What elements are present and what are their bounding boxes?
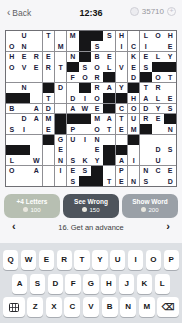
key-v[interactable]: V bbox=[83, 297, 99, 317]
black-cell bbox=[91, 176, 103, 186]
hint-cost-value: 100 bbox=[30, 207, 40, 213]
grid-cell[interactable]: S bbox=[103, 31, 115, 41]
black-cell bbox=[140, 72, 152, 82]
grid-cell[interactable] bbox=[30, 72, 42, 82]
grid-cell[interactable] bbox=[116, 52, 128, 62]
grid-cell[interactable]: D bbox=[18, 114, 30, 124]
grid-cell[interactable]: A bbox=[30, 166, 42, 176]
grid-cell[interactable]: Y bbox=[152, 104, 164, 114]
grid-cell[interactable]: A bbox=[67, 104, 79, 114]
grid-cell[interactable]: R bbox=[140, 114, 152, 124]
black-cell bbox=[18, 145, 30, 155]
grid-cell[interactable]: R bbox=[152, 83, 164, 93]
key-f[interactable]: F bbox=[65, 274, 80, 294]
grid-cell[interactable]: O bbox=[91, 62, 103, 72]
grid-cell[interactable] bbox=[55, 176, 67, 186]
key-k[interactable]: K bbox=[137, 274, 152, 294]
grid-cell[interactable]: C bbox=[128, 41, 140, 51]
grid-cell[interactable]: R bbox=[43, 62, 55, 72]
grid-cell[interactable] bbox=[6, 31, 18, 41]
grid-cell[interactable]: I bbox=[116, 41, 128, 51]
grid-cell[interactable]: P bbox=[67, 124, 79, 134]
grid-cell[interactable]: B bbox=[91, 52, 103, 62]
grid-cell[interactable]: O bbox=[91, 93, 103, 103]
key-c[interactable]: C bbox=[64, 297, 80, 317]
black-cell bbox=[116, 93, 128, 103]
key-x[interactable]: X bbox=[46, 297, 62, 317]
grid-cell[interactable]: I bbox=[140, 41, 152, 51]
grid-cell[interactable]: E bbox=[140, 52, 152, 62]
grid-cell[interactable]: Y bbox=[91, 155, 103, 165]
grid-cell[interactable]: E bbox=[67, 166, 79, 176]
black-cell bbox=[103, 93, 115, 103]
grid-cell[interactable]: N bbox=[67, 52, 79, 62]
keyboard-row-3: ZXCVBNM⌫ bbox=[0, 297, 182, 317]
keyboard-row-2: ASDFGHJKL bbox=[0, 274, 182, 294]
grid-cell[interactable] bbox=[43, 176, 55, 186]
grid-cell[interactable] bbox=[140, 145, 152, 155]
coin-dot-icon bbox=[141, 207, 146, 212]
grid-cell[interactable]: I bbox=[79, 93, 91, 103]
add-coins-button[interactable]: + bbox=[167, 7, 176, 16]
grid-cell[interactable]: V bbox=[116, 62, 128, 72]
grid-cell[interactable]: E bbox=[103, 52, 115, 62]
hint-add-letters-button[interactable]: +4 Letters 100 bbox=[4, 194, 60, 218]
grid-cell[interactable]: A bbox=[116, 155, 128, 165]
grid-cell[interactable]: A bbox=[103, 83, 115, 93]
backspace-key[interactable]: ⌫ bbox=[157, 297, 179, 317]
grid-cell[interactable]: N bbox=[164, 124, 176, 134]
grid-cell[interactable] bbox=[55, 104, 67, 114]
grid-cell[interactable]: I bbox=[55, 166, 67, 176]
grid-cell[interactable]: T bbox=[116, 114, 128, 124]
grid-cell[interactable] bbox=[18, 155, 30, 165]
grid-cell[interactable]: A bbox=[30, 104, 42, 114]
black-cell bbox=[116, 145, 128, 155]
grid-cell[interactable]: H bbox=[6, 52, 18, 62]
key-i[interactable]: I bbox=[128, 250, 143, 270]
grid-cell[interactable] bbox=[6, 176, 18, 186]
key-j[interactable]: J bbox=[119, 274, 134, 294]
grid-cell[interactable]: A bbox=[103, 114, 115, 124]
grid-cell[interactable]: N bbox=[55, 155, 67, 165]
key-a[interactable]: A bbox=[12, 274, 27, 294]
black-cell bbox=[103, 155, 115, 165]
grid-cell[interactable]: E bbox=[18, 52, 30, 62]
grid-cell[interactable]: U bbox=[18, 31, 30, 41]
top-bar: ‹ Back 12:36 35710 + bbox=[0, 0, 182, 26]
grid-cell[interactable]: L bbox=[103, 62, 115, 72]
grid-cell[interactable]: H bbox=[164, 31, 176, 41]
grid-cell[interactable]: E bbox=[152, 114, 164, 124]
grid-cell[interactable]: D bbox=[67, 93, 79, 103]
key-q[interactable]: Q bbox=[3, 250, 18, 270]
grid-cell[interactable]: E bbox=[116, 176, 128, 186]
grid-cell[interactable]: S bbox=[6, 124, 18, 134]
grid-cell[interactable]: N bbox=[18, 41, 30, 51]
grid-cell[interactable] bbox=[152, 124, 164, 134]
grid-cell[interactable]: E bbox=[55, 145, 67, 155]
grid-cell[interactable]: Y bbox=[164, 52, 176, 62]
grid-cell[interactable]: L bbox=[6, 155, 18, 165]
crossword-grid: UTMSHLOHONMSICIEHERENBEKELYOVERTSOLVESFO… bbox=[5, 30, 177, 187]
black-cell bbox=[79, 176, 91, 186]
grid-cell[interactable] bbox=[18, 166, 30, 176]
black-cell bbox=[91, 166, 103, 176]
coin-dot-icon bbox=[82, 207, 87, 212]
grid-cell[interactable]: N bbox=[91, 135, 103, 145]
hint-cost: 150 bbox=[82, 207, 99, 213]
grid-cell[interactable] bbox=[30, 83, 42, 93]
black-cell bbox=[103, 72, 115, 82]
black-cell bbox=[164, 62, 176, 72]
grid-cell[interactable]: S bbox=[79, 62, 91, 72]
grid-cell[interactable]: R bbox=[91, 83, 103, 93]
grid-cell[interactable] bbox=[103, 166, 115, 176]
grid-cell[interactable]: O bbox=[152, 31, 164, 41]
hint-cost: 200 bbox=[141, 207, 158, 213]
grid-cell[interactable]: T bbox=[103, 176, 115, 186]
key-g[interactable]: G bbox=[83, 274, 98, 294]
grid-cell[interactable]: L bbox=[152, 52, 164, 62]
grid-cell[interactable] bbox=[116, 135, 128, 145]
black-cell bbox=[6, 93, 18, 103]
black-cell bbox=[43, 135, 55, 145]
grid-cell[interactable]: E bbox=[91, 104, 103, 114]
grid-cell[interactable]: O bbox=[128, 104, 140, 114]
grid-cell[interactable]: U bbox=[67, 135, 79, 145]
grid-cell[interactable]: C bbox=[152, 166, 164, 176]
grid-cell[interactable]: N bbox=[140, 166, 152, 176]
grid-cell[interactable]: T bbox=[164, 72, 176, 82]
grid-cell[interactable]: N bbox=[128, 176, 140, 186]
black-cell bbox=[55, 114, 67, 124]
black-cell bbox=[79, 52, 91, 62]
grid-cell[interactable] bbox=[116, 72, 128, 82]
key-e[interactable]: E bbox=[39, 250, 54, 270]
layout-switch-key[interactable] bbox=[3, 297, 25, 317]
grid-cell[interactable]: T bbox=[55, 62, 67, 72]
grid-cell[interactable] bbox=[128, 31, 140, 41]
grid-cell[interactable]: H bbox=[128, 93, 140, 103]
grid-cell[interactable]: M bbox=[128, 124, 140, 134]
hint-label: +4 Letters bbox=[17, 199, 48, 206]
grid-cell[interactable] bbox=[152, 176, 164, 186]
coin-count: 35710 bbox=[142, 7, 164, 16]
key-r[interactable]: R bbox=[57, 250, 72, 270]
grid-cell[interactable]: O bbox=[79, 72, 91, 82]
grid-cell[interactable]: E bbox=[164, 166, 176, 176]
black-cell bbox=[91, 31, 103, 41]
key-n[interactable]: N bbox=[120, 297, 136, 317]
key-w[interactable]: W bbox=[21, 250, 36, 270]
black-cell bbox=[152, 62, 164, 72]
grid-cell[interactable] bbox=[18, 135, 30, 145]
grid-cell[interactable] bbox=[43, 145, 55, 155]
grid-cell[interactable] bbox=[6, 72, 18, 82]
grid-cell[interactable]: K bbox=[128, 52, 140, 62]
grid-cell[interactable]: S bbox=[67, 176, 79, 186]
grid-cell[interactable]: E bbox=[43, 52, 55, 62]
black-cell bbox=[43, 83, 55, 93]
grid-cell[interactable] bbox=[18, 176, 30, 186]
grid-cell[interactable] bbox=[6, 135, 18, 145]
grid-cell[interactable] bbox=[30, 145, 42, 155]
grid-cell[interactable]: D bbox=[164, 176, 176, 186]
grid-cell[interactable]: C bbox=[116, 104, 128, 114]
grid-cell[interactable] bbox=[30, 124, 42, 134]
grid-cell[interactable]: U bbox=[152, 155, 164, 165]
grid-cell[interactable]: F bbox=[67, 72, 79, 82]
grid-cell[interactable] bbox=[30, 93, 42, 103]
grid-cell[interactable]: Y bbox=[116, 83, 128, 93]
key-p[interactable]: P bbox=[164, 250, 179, 270]
grid-cell[interactable]: O bbox=[152, 72, 164, 82]
grid-cell[interactable]: N bbox=[18, 83, 30, 93]
black-cell bbox=[79, 83, 91, 93]
grid-cell[interactable] bbox=[164, 155, 176, 165]
key-m[interactable]: M bbox=[139, 297, 155, 317]
hint-see-wrong-button[interactable]: See Wrong 150 bbox=[63, 194, 119, 218]
grid-cell[interactable]: V bbox=[18, 62, 30, 72]
black-cell bbox=[140, 124, 152, 134]
layout-grid-icon bbox=[9, 303, 19, 312]
key-l[interactable]: L bbox=[155, 274, 170, 294]
coin-icon bbox=[130, 7, 139, 16]
grid-cell[interactable]: O bbox=[6, 41, 18, 51]
black-cell bbox=[103, 145, 115, 155]
grid-cell[interactable]: E bbox=[91, 145, 103, 155]
grid-cell[interactable] bbox=[43, 41, 55, 51]
grid-cell[interactable]: O bbox=[6, 166, 18, 176]
grid-cell[interactable] bbox=[43, 166, 55, 176]
clue-bar: ‹ 16. Get an advance › bbox=[0, 220, 182, 234]
grid-cell[interactable]: E bbox=[43, 124, 55, 134]
key-t[interactable]: T bbox=[74, 250, 89, 270]
grid-cell[interactable]: M bbox=[67, 31, 79, 41]
grid-cell[interactable]: D bbox=[140, 104, 152, 114]
grid-cell[interactable] bbox=[6, 83, 18, 93]
black-cell bbox=[103, 104, 115, 114]
key-d[interactable]: D bbox=[48, 274, 63, 294]
grid-cell[interactable] bbox=[128, 166, 140, 176]
clue-text: 16. Get an advance bbox=[30, 223, 152, 232]
grid-cell[interactable]: D bbox=[128, 72, 140, 82]
coin-dot-icon bbox=[23, 207, 28, 212]
grid-cell[interactable] bbox=[30, 31, 42, 41]
grid-cell[interactable]: T bbox=[103, 124, 115, 134]
grid-cell[interactable]: D bbox=[43, 104, 55, 114]
black-cell bbox=[55, 124, 67, 134]
grid-cell[interactable]: L bbox=[140, 31, 152, 41]
grid-cell[interactable]: O bbox=[6, 62, 18, 72]
grid-cell[interactable]: K bbox=[79, 155, 91, 165]
hint-label: See Wrong bbox=[74, 199, 108, 206]
grid-cell[interactable] bbox=[30, 176, 42, 186]
grid-cell[interactable]: E bbox=[164, 41, 176, 51]
grid-cell[interactable]: E bbox=[128, 62, 140, 72]
grid-cell[interactable]: D bbox=[55, 83, 67, 93]
grid-cell[interactable]: D bbox=[152, 145, 164, 155]
grid-cell[interactable]: E bbox=[116, 124, 128, 134]
black-cell bbox=[128, 83, 140, 93]
keyboard: QWERTYUIOPASDFGHJKLZXCVBNM⌫ bbox=[0, 243, 182, 323]
grid-cell[interactable]: M bbox=[43, 114, 55, 124]
grid-cell[interactable] bbox=[164, 135, 176, 145]
black-cell bbox=[6, 145, 18, 155]
grid-cell[interactable] bbox=[164, 83, 176, 93]
grid-cell[interactable]: A bbox=[30, 114, 42, 124]
key-y[interactable]: Y bbox=[92, 250, 107, 270]
grid-cell[interactable]: W bbox=[30, 155, 42, 165]
grid-cell[interactable] bbox=[55, 31, 67, 41]
grid-cell[interactable]: T bbox=[43, 93, 55, 103]
grid-cell[interactable] bbox=[79, 145, 91, 155]
grid-cell[interactable]: P bbox=[116, 166, 128, 176]
grid-cell[interactable]: S bbox=[164, 145, 176, 155]
grid-cell[interactable] bbox=[18, 72, 30, 82]
coin-balance: 35710 + bbox=[130, 7, 176, 16]
key-s[interactable]: S bbox=[30, 274, 45, 294]
grid-cell[interactable] bbox=[128, 145, 140, 155]
black-cell bbox=[79, 41, 91, 51]
next-clue-arrow[interactable]: › bbox=[166, 220, 170, 232]
grid-cell[interactable] bbox=[103, 41, 115, 51]
grid-cell[interactable]: M bbox=[91, 114, 103, 124]
grid-cell[interactable] bbox=[43, 72, 55, 82]
grid-cell[interactable] bbox=[55, 93, 67, 103]
grid-cell[interactable]: T bbox=[43, 31, 55, 41]
grid-cell[interactable]: M bbox=[55, 41, 67, 51]
hint-cost-value: 200 bbox=[148, 207, 158, 213]
previous-clue-arrow[interactable]: ‹ bbox=[12, 220, 16, 232]
hint-show-word-button[interactable]: Show Word 200 bbox=[122, 194, 178, 218]
grid-cell[interactable] bbox=[140, 135, 152, 145]
grid-cell[interactable] bbox=[67, 41, 79, 51]
grid-cell[interactable]: I bbox=[18, 124, 30, 134]
black-cell bbox=[67, 114, 79, 124]
grid-cell[interactable] bbox=[152, 135, 164, 145]
grid-cell[interactable] bbox=[18, 104, 30, 114]
key-b[interactable]: B bbox=[102, 297, 118, 317]
black-cell bbox=[67, 62, 79, 72]
grid-cell[interactable]: I bbox=[128, 155, 140, 165]
grid-cell[interactable]: S bbox=[91, 41, 103, 51]
grid-cell[interactable] bbox=[67, 145, 79, 155]
grid-cell[interactable] bbox=[79, 124, 91, 134]
grid-cell[interactable]: B bbox=[6, 104, 18, 114]
grid-cell[interactable]: R bbox=[91, 72, 103, 82]
grid-cell[interactable]: T bbox=[140, 83, 152, 93]
black-cell bbox=[79, 114, 91, 124]
grid-cell[interactable]: S bbox=[140, 62, 152, 72]
grid-cell[interactable]: W bbox=[79, 104, 91, 114]
key-z[interactable]: Z bbox=[27, 297, 43, 317]
hint-buttons: +4 Letters 100 See Wrong 150 Show Word 2… bbox=[4, 194, 178, 218]
grid-cell[interactable]: I bbox=[79, 135, 91, 145]
grid-cell[interactable] bbox=[6, 114, 18, 124]
grid-cell[interactable]: U bbox=[128, 114, 140, 124]
grid-cell[interactable]: E bbox=[164, 93, 176, 103]
key-h[interactable]: H bbox=[101, 274, 116, 294]
grid-cell[interactable] bbox=[103, 135, 115, 145]
grid-cell[interactable]: G bbox=[55, 135, 67, 145]
hint-cost: 100 bbox=[23, 207, 40, 213]
key-u[interactable]: U bbox=[110, 250, 125, 270]
grid-cell[interactable]: S bbox=[79, 166, 91, 176]
hint-label: Show Word bbox=[132, 199, 168, 206]
grid-cell[interactable] bbox=[55, 52, 67, 62]
grid-cell[interactable]: S bbox=[67, 155, 79, 165]
grid-cell[interactable]: S bbox=[140, 176, 152, 186]
grid-cell[interactable] bbox=[30, 135, 42, 145]
key-o[interactable]: O bbox=[146, 250, 161, 270]
black-cell bbox=[164, 114, 176, 124]
grid-cell[interactable]: R bbox=[30, 52, 42, 62]
backspace-icon: ⌫ bbox=[162, 303, 175, 312]
grid-cell[interactable] bbox=[55, 72, 67, 82]
grid-cell[interactable] bbox=[152, 41, 164, 51]
grid-cell[interactable]: L bbox=[152, 93, 164, 103]
grid-cell[interactable] bbox=[67, 83, 79, 93]
grid-cell[interactable]: E bbox=[30, 62, 42, 72]
grid-cell[interactable]: H bbox=[116, 31, 128, 41]
black-cell bbox=[18, 93, 30, 103]
grid-cell[interactable] bbox=[30, 41, 42, 51]
grid-cell[interactable]: O bbox=[91, 124, 103, 134]
hint-cost-value: 150 bbox=[89, 207, 99, 213]
black-cell bbox=[79, 31, 91, 41]
keyboard-row-1: QWERTYUIOP bbox=[0, 250, 182, 270]
grid-cell[interactable] bbox=[43, 155, 55, 165]
grid-cell[interactable]: S bbox=[164, 104, 176, 114]
black-cell bbox=[128, 135, 140, 145]
grid-cell[interactable] bbox=[140, 155, 152, 165]
grid-cell[interactable]: A bbox=[140, 93, 152, 103]
